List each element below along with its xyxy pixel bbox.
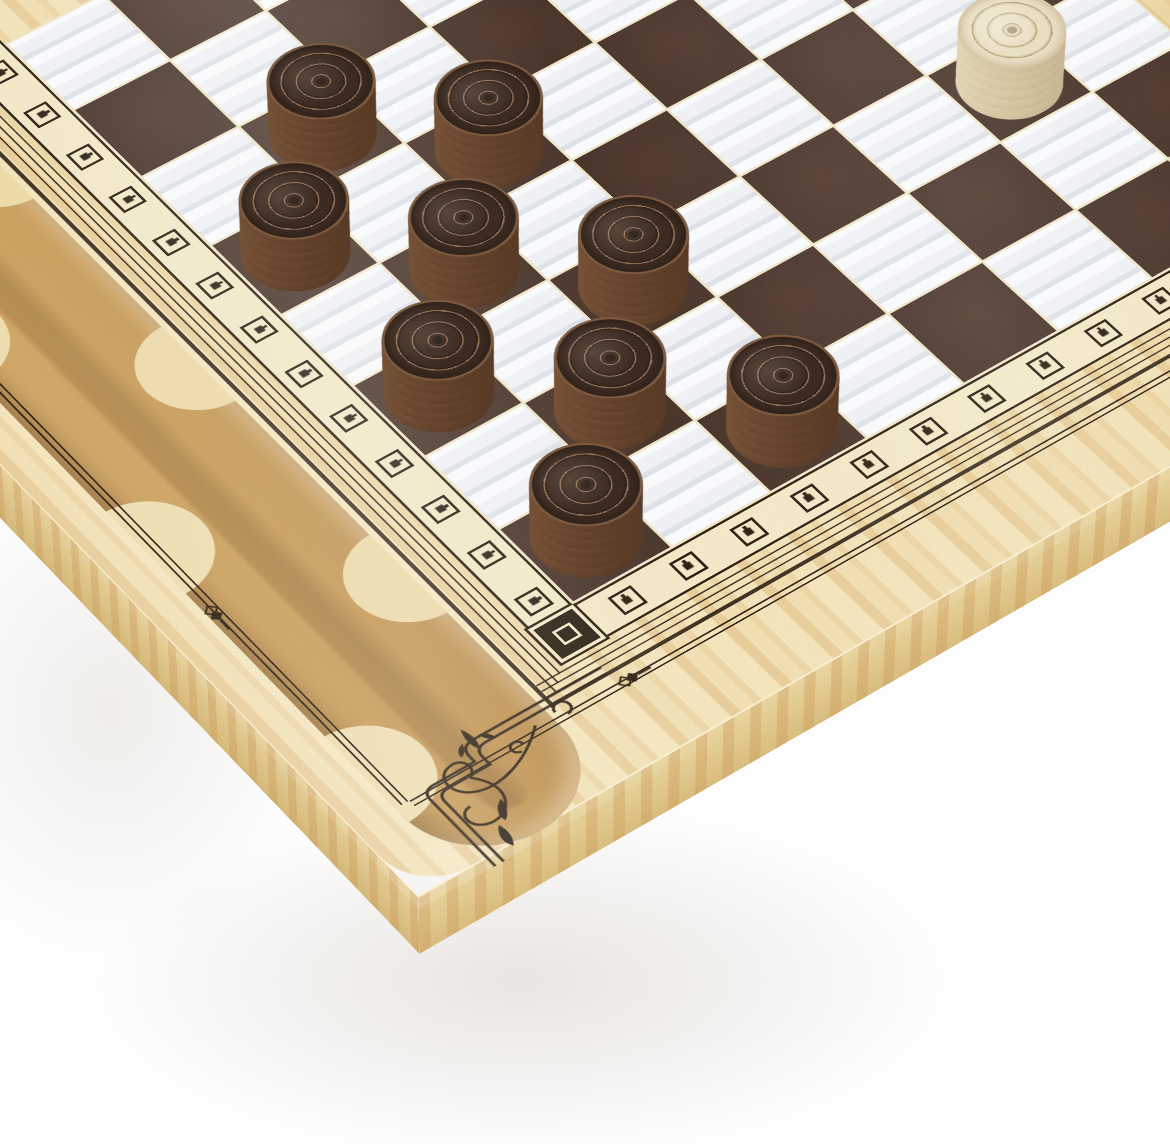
- greek-key-motif-icon: [330, 404, 370, 433]
- greek-key-motif-icon: [0, 59, 19, 86]
- product-photo-stage: [0, 0, 1170, 1144]
- greek-key-motif-icon: [908, 417, 948, 446]
- greek-key-motif-icon: [421, 494, 461, 524]
- greek-key-motif-icon: [66, 143, 104, 170]
- greek-key-motif-icon: [668, 551, 709, 581]
- greek-key-motif-icon: [375, 449, 415, 478]
- greek-key-motif-icon: [789, 483, 829, 513]
- greek-key-motif-icon: [23, 101, 61, 128]
- greek-key-motif-icon: [607, 585, 648, 615]
- greek-key-motif-icon: [240, 315, 279, 343]
- scene: [0, 0, 1170, 1144]
- greek-key-motif-icon: [967, 384, 1007, 413]
- greek-key-motif-icon: [849, 450, 889, 479]
- greek-key-motif-icon: [152, 228, 191, 256]
- greek-key-motif-icon: [467, 540, 507, 570]
- greek-key-motif-icon: [109, 185, 148, 213]
- greek-key-motif-icon: [1083, 318, 1123, 346]
- greek-key-motif-icon: [1025, 351, 1065, 380]
- greek-key-motif-icon: [285, 359, 325, 388]
- greek-key-motif-icon: [196, 272, 235, 300]
- greek-key-motif-icon: [514, 586, 555, 616]
- greek-key-motif-icon: [729, 517, 769, 547]
- greek-key-motif-icon: [1141, 286, 1170, 314]
